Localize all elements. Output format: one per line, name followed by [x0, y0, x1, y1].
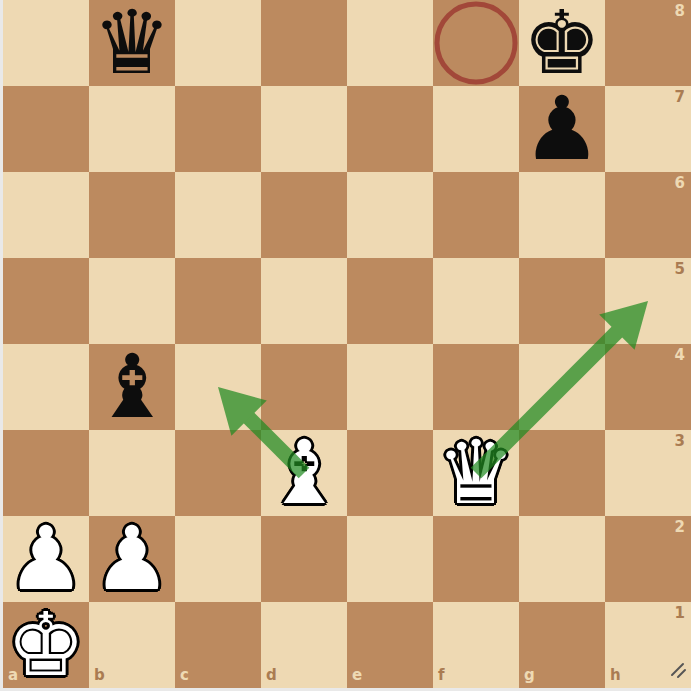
square-g3[interactable]	[519, 430, 605, 516]
piece-white-king-a1[interactable]: ♚	[3, 602, 89, 688]
diagonal-grip-icon	[669, 661, 689, 681]
square-d2[interactable]	[261, 516, 347, 602]
square-b1[interactable]	[89, 602, 175, 688]
square-e8[interactable]	[347, 0, 433, 86]
square-h8[interactable]	[605, 0, 691, 86]
square-e3[interactable]	[347, 430, 433, 516]
square-e2[interactable]	[347, 516, 433, 602]
square-c3[interactable]	[175, 430, 261, 516]
square-f2[interactable]	[433, 516, 519, 602]
square-d6[interactable]	[261, 172, 347, 258]
square-a5[interactable]	[3, 258, 89, 344]
piece-white-bishop-d3[interactable]: ♝	[261, 430, 347, 516]
square-a6[interactable]	[3, 172, 89, 258]
square-e1[interactable]	[347, 602, 433, 688]
square-c2[interactable]	[175, 516, 261, 602]
square-g2[interactable]	[519, 516, 605, 602]
square-c5[interactable]	[175, 258, 261, 344]
square-g5[interactable]	[519, 258, 605, 344]
piece-white-pawn-a2[interactable]: ♟	[3, 516, 89, 602]
square-h3[interactable]	[605, 430, 691, 516]
square-h6[interactable]	[605, 172, 691, 258]
square-f4[interactable]	[433, 344, 519, 430]
square-f7[interactable]	[433, 86, 519, 172]
piece-white-pawn-b2[interactable]: ♟	[89, 516, 175, 602]
square-b7[interactable]	[89, 86, 175, 172]
square-d7[interactable]	[261, 86, 347, 172]
square-d4[interactable]	[261, 344, 347, 430]
square-g6[interactable]	[519, 172, 605, 258]
square-h7[interactable]	[605, 86, 691, 172]
square-e6[interactable]	[347, 172, 433, 258]
square-f8[interactable]	[433, 0, 519, 86]
square-d5[interactable]	[261, 258, 347, 344]
square-c4[interactable]	[175, 344, 261, 430]
square-a7[interactable]	[3, 86, 89, 172]
square-c1[interactable]	[175, 602, 261, 688]
piece-black-bishop-b4[interactable]: ♝	[89, 344, 175, 430]
square-d8[interactable]	[261, 0, 347, 86]
square-b6[interactable]	[89, 172, 175, 258]
piece-black-pawn-g7[interactable]: ♟	[519, 86, 605, 172]
square-f5[interactable]	[433, 258, 519, 344]
piece-white-queen-f3[interactable]: ♛	[433, 430, 519, 516]
square-f1[interactable]	[433, 602, 519, 688]
square-h2[interactable]	[605, 516, 691, 602]
square-e4[interactable]	[347, 344, 433, 430]
square-a8[interactable]	[3, 0, 89, 86]
chess-board-page: 87654321abcdefgh ♛♚♟♝♝♛♟♟♚	[0, 0, 691, 691]
square-f6[interactable]	[433, 172, 519, 258]
square-a3[interactable]	[3, 430, 89, 516]
square-e7[interactable]	[347, 86, 433, 172]
square-c8[interactable]	[175, 0, 261, 86]
square-d1[interactable]	[261, 602, 347, 688]
square-g4[interactable]	[519, 344, 605, 430]
square-c7[interactable]	[175, 86, 261, 172]
piece-black-queen-b8[interactable]: ♛	[89, 0, 175, 86]
square-c6[interactable]	[175, 172, 261, 258]
square-b5[interactable]	[89, 258, 175, 344]
square-a4[interactable]	[3, 344, 89, 430]
board-resize-handle-icon[interactable]	[669, 661, 689, 681]
square-b3[interactable]	[89, 430, 175, 516]
square-h5[interactable]	[605, 258, 691, 344]
piece-black-king-g8[interactable]: ♚	[519, 0, 605, 86]
square-e5[interactable]	[347, 258, 433, 344]
square-h4[interactable]	[605, 344, 691, 430]
square-g1[interactable]	[519, 602, 605, 688]
